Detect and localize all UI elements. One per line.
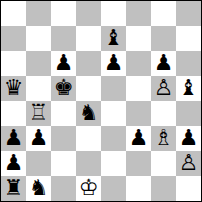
square-e1[interactable]	[101, 176, 126, 201]
square-h5[interactable]: ♝	[176, 76, 201, 101]
square-d6[interactable]	[76, 51, 101, 76]
square-h2[interactable]: ♙	[176, 151, 201, 176]
square-d4[interactable]: ♞	[76, 101, 101, 126]
square-d1[interactable]: ♔	[76, 176, 101, 201]
square-d5[interactable]	[76, 76, 101, 101]
square-h6[interactable]	[176, 51, 201, 76]
square-c8[interactable]	[51, 1, 76, 26]
square-c2[interactable]	[51, 151, 76, 176]
black-queen-a5: ♛	[4, 76, 24, 100]
black-pawn-b3: ♟	[29, 126, 49, 150]
square-e3[interactable]	[101, 126, 126, 151]
black-pawn-c6: ♟	[54, 51, 74, 75]
square-b5[interactable]	[26, 76, 51, 101]
chess-board: ♝♟♟♟♛♚♙♝♖♞♟♟♟♗♟♟♙♜♞♔	[0, 0, 202, 202]
black-bishop-e7: ♝	[104, 26, 124, 50]
black-bishop-h5: ♝	[179, 76, 199, 100]
square-e5[interactable]	[101, 76, 126, 101]
square-g4[interactable]	[151, 101, 176, 126]
square-a8[interactable]	[1, 1, 26, 26]
square-c3[interactable]	[51, 126, 76, 151]
square-h3[interactable]: ♟	[176, 126, 201, 151]
square-b2[interactable]	[26, 151, 51, 176]
square-c6[interactable]: ♟	[51, 51, 76, 76]
square-b3[interactable]: ♟	[26, 126, 51, 151]
square-f5[interactable]	[126, 76, 151, 101]
square-g5[interactable]: ♙	[151, 76, 176, 101]
black-pawn-a2: ♟	[4, 151, 24, 175]
square-h7[interactable]	[176, 26, 201, 51]
square-b8[interactable]	[26, 1, 51, 26]
white-pawn-g5: ♙	[154, 76, 174, 100]
black-pawn-h3: ♟	[179, 126, 199, 150]
square-g7[interactable]	[151, 26, 176, 51]
square-d2[interactable]	[76, 151, 101, 176]
square-c4[interactable]	[51, 101, 76, 126]
square-e8[interactable]	[101, 1, 126, 26]
white-pawn-h2: ♙	[179, 151, 199, 175]
square-g6[interactable]: ♟	[151, 51, 176, 76]
square-b1[interactable]: ♞	[26, 176, 51, 201]
square-g1[interactable]	[151, 176, 176, 201]
square-f8[interactable]	[126, 1, 151, 26]
square-f7[interactable]	[126, 26, 151, 51]
black-pawn-e6: ♟	[104, 51, 124, 75]
square-f4[interactable]	[126, 101, 151, 126]
square-c1[interactable]	[51, 176, 76, 201]
square-a7[interactable]	[1, 26, 26, 51]
square-a6[interactable]	[1, 51, 26, 76]
square-a4[interactable]	[1, 101, 26, 126]
black-pawn-a3: ♟	[4, 126, 24, 150]
square-h1[interactable]	[176, 176, 201, 201]
square-c5[interactable]: ♚	[51, 76, 76, 101]
square-e2[interactable]	[101, 151, 126, 176]
square-b4[interactable]: ♖	[26, 101, 51, 126]
square-b6[interactable]	[26, 51, 51, 76]
black-knight-d4: ♞	[79, 101, 99, 125]
square-g8[interactable]	[151, 1, 176, 26]
square-f6[interactable]	[126, 51, 151, 76]
square-e4[interactable]	[101, 101, 126, 126]
square-d3[interactable]	[76, 126, 101, 151]
square-h4[interactable]	[176, 101, 201, 126]
black-king-c5: ♚	[54, 76, 74, 100]
square-a2[interactable]: ♟	[1, 151, 26, 176]
white-rook-b4: ♖	[29, 101, 49, 125]
square-c7[interactable]	[51, 26, 76, 51]
black-knight-b1: ♞	[29, 176, 49, 200]
white-king-d1: ♔	[79, 176, 99, 200]
black-pawn-f3: ♟	[129, 126, 149, 150]
square-a5[interactable]: ♛	[1, 76, 26, 101]
square-d7[interactable]	[76, 26, 101, 51]
square-f2[interactable]	[126, 151, 151, 176]
square-b7[interactable]	[26, 26, 51, 51]
black-pawn-g6: ♟	[154, 51, 174, 75]
square-e6[interactable]: ♟	[101, 51, 126, 76]
square-g2[interactable]	[151, 151, 176, 176]
square-f1[interactable]	[126, 176, 151, 201]
black-rook-a1: ♜	[4, 176, 24, 200]
square-d8[interactable]	[76, 1, 101, 26]
square-a1[interactable]: ♜	[1, 176, 26, 201]
square-f3[interactable]: ♟	[126, 126, 151, 151]
square-g3[interactable]: ♗	[151, 126, 176, 151]
square-a3[interactable]: ♟	[1, 126, 26, 151]
square-h8[interactable]	[176, 1, 201, 26]
square-e7[interactable]: ♝	[101, 26, 126, 51]
white-bishop-g3: ♗	[154, 126, 174, 150]
